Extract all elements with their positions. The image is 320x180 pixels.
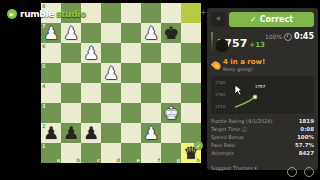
thumbs-up-button[interactable]: ☝	[287, 167, 297, 177]
square-g3[interactable]: ♚	[161, 103, 181, 123]
collapse-panel-button[interactable]: «	[211, 12, 226, 27]
file-label-g: g	[176, 157, 180, 163]
rating-row: 1757+13 100% 0:45	[211, 32, 314, 54]
square-d8[interactable]	[101, 3, 121, 23]
square-b5[interactable]	[61, 63, 81, 83]
stat-row-suggest-themes: Suggest Themes ▾ ☝ ☟	[211, 158, 314, 177]
stat-row-pass-rate: Pass Rate 57.7%	[211, 142, 314, 148]
piece-white-pawn[interactable]: ♟	[141, 123, 161, 143]
graph-point-label: 1757	[255, 84, 265, 89]
piece-white-pawn[interactable]: ♟	[41, 23, 61, 43]
rating-delta: +13	[249, 41, 265, 49]
puzzle-stats: Puzzle Rating (9/1/2024) 1819 Target Tim…	[211, 118, 314, 177]
square-h6[interactable]	[181, 43, 201, 63]
square-e5[interactable]	[121, 63, 141, 83]
rank-label-5: 5	[42, 63, 45, 69]
stat-label: Target Time ⓘ	[211, 126, 247, 132]
flame-icon	[211, 59, 222, 70]
file-label-f: f	[158, 157, 160, 163]
file-label-b: b	[76, 157, 80, 163]
square-c7[interactable]	[81, 23, 101, 43]
square-g6[interactable]	[161, 43, 181, 63]
stat-label: Attempts	[211, 150, 234, 156]
square-h2[interactable]	[181, 123, 201, 143]
piece-white-pawn[interactable]: ♟	[101, 63, 121, 83]
square-e8[interactable]	[121, 3, 141, 23]
square-a6[interactable]: 6	[41, 43, 61, 63]
piece-white-king[interactable]: ♚	[161, 103, 181, 123]
square-e4[interactable]	[121, 83, 141, 103]
rumble-play-icon: ▶	[7, 9, 17, 19]
square-d6[interactable]	[101, 43, 121, 63]
stat-row-speed-bonus: Speed Bonus 100%	[211, 134, 314, 140]
drag-handle-icon[interactable]: +	[200, 8, 207, 17]
square-a7[interactable]: 7♟	[41, 23, 61, 43]
square-f6[interactable]	[141, 43, 161, 63]
square-f3[interactable]	[141, 103, 161, 123]
square-g1[interactable]: g	[161, 143, 181, 163]
puzzle-panel: « ✓Correct 1757+13 100% 0:45 4 in a row!…	[207, 8, 318, 170]
square-e7[interactable]	[121, 23, 141, 43]
square-d1[interactable]: d	[101, 143, 121, 163]
streak-row: 4 in a row! Keep going!	[211, 58, 314, 72]
logo-suffix-text: studio	[56, 9, 86, 19]
square-b2[interactable]: ♟	[61, 123, 81, 143]
square-h3[interactable]	[181, 103, 201, 123]
square-a2[interactable]: 2♟	[41, 123, 61, 143]
square-g4[interactable]	[161, 83, 181, 103]
square-a5[interactable]: 5	[41, 63, 61, 83]
square-d4[interactable]	[101, 83, 121, 103]
graph-ylabel: 1780	[215, 80, 225, 85]
square-g8[interactable]	[161, 3, 181, 23]
square-h7[interactable]	[181, 23, 201, 43]
stat-value: 8427	[299, 150, 314, 156]
rating-graph: 1780 1760 1740 1757	[211, 76, 314, 114]
square-b3[interactable]	[61, 103, 81, 123]
square-c5[interactable]	[81, 63, 101, 83]
piece-white-pawn[interactable]: ♟	[141, 23, 161, 43]
stat-label: Speed Bonus	[211, 134, 244, 140]
stat-value: 0:08	[300, 126, 314, 132]
streak-subtext: Keep going!	[223, 66, 265, 72]
square-h8[interactable]	[181, 3, 201, 23]
graph-ylabel: 1740	[215, 104, 225, 109]
square-h5[interactable]	[181, 63, 201, 83]
square-f2[interactable]: ♟	[141, 123, 161, 143]
square-g5[interactable]	[161, 63, 181, 83]
square-d3[interactable]	[101, 103, 121, 123]
square-e1[interactable]: e	[121, 143, 141, 163]
square-d7[interactable]	[101, 23, 121, 43]
square-c3[interactable]	[81, 103, 101, 123]
stat-row-puzzle-rating: Puzzle Rating (9/1/2024) 1819	[211, 118, 314, 124]
square-f7[interactable]: ♟	[141, 23, 161, 43]
file-label-d: d	[116, 157, 120, 163]
feedback-banner: « ✓Correct	[211, 12, 314, 27]
square-f4[interactable]	[141, 83, 161, 103]
suggest-themes-link[interactable]: Suggest Themes ▾	[211, 165, 257, 171]
file-label-c: c	[97, 157, 100, 163]
square-a3[interactable]: 3	[41, 103, 61, 123]
square-c2[interactable]: ♟	[81, 123, 101, 143]
piece-white-pawn[interactable]: ♟	[61, 23, 81, 43]
piece-black-pawn[interactable]: ♟	[81, 123, 101, 143]
square-e2[interactable]	[121, 123, 141, 143]
video-frame: 87♟♟♟♚6♟5♟43♚2♟♟♟♟1abcdefgh♛✓ ▶ rumble s…	[0, 0, 320, 180]
square-c1[interactable]: c	[81, 143, 101, 163]
rank-label-6: 6	[42, 43, 45, 49]
logo-brand-text: rumble	[20, 9, 54, 19]
correct-banner-label: Correct	[260, 15, 293, 24]
clock-icon	[284, 33, 292, 41]
square-b1[interactable]: b	[61, 143, 81, 163]
avatar[interactable]	[211, 32, 213, 54]
stat-label: Puzzle Rating (9/1/2024)	[211, 118, 272, 124]
square-c4[interactable]	[81, 83, 101, 103]
thumbs-down-button[interactable]: ☟	[304, 167, 314, 177]
correct-move-badge: ✓	[194, 141, 203, 150]
square-b7[interactable]: ♟	[61, 23, 81, 43]
stat-row-target-time: Target Time ⓘ 0:08	[211, 126, 314, 132]
accuracy-value: 100%	[265, 33, 282, 40]
square-b4[interactable]	[61, 83, 81, 103]
square-a4[interactable]: 4	[41, 83, 61, 103]
square-f5[interactable]	[141, 63, 161, 83]
stat-value: 1819	[299, 118, 314, 124]
square-b6[interactable]	[61, 43, 81, 63]
square-h1[interactable]: h♛✓	[181, 143, 201, 163]
square-g7[interactable]: ♚	[161, 23, 181, 43]
square-e3[interactable]	[121, 103, 141, 123]
piece-white-pawn[interactable]: ♟	[81, 43, 101, 63]
square-a1[interactable]: 1a	[41, 143, 61, 163]
stat-label: Pass Rate	[211, 142, 235, 148]
stat-row-attempts: Attempts 8427	[211, 150, 314, 156]
piece-black-pawn[interactable]: ♟	[41, 123, 61, 143]
chess-board[interactable]: 87♟♟♟♚6♟5♟43♚2♟♟♟♟1abcdefgh♛✓	[41, 3, 201, 163]
streak-label: 4 in a row!	[223, 58, 265, 66]
graph-ylabel: 1760	[215, 92, 225, 97]
stat-value: 100%	[297, 134, 314, 140]
file-label-a: a	[57, 157, 60, 163]
stat-value: 57.7%	[295, 142, 314, 148]
square-d5[interactable]: ♟	[101, 63, 121, 83]
file-label-e: e	[137, 157, 140, 163]
square-g2[interactable]	[161, 123, 181, 143]
square-d2[interactable]	[101, 123, 121, 143]
check-icon: ✓	[250, 15, 257, 24]
solve-time: 0:45	[294, 32, 314, 41]
rank-label-1: 1	[42, 143, 45, 149]
piece-black-pawn[interactable]: ♟	[61, 123, 81, 143]
rumble-studio-logo: ▶ rumble studio	[7, 9, 86, 19]
rank-label-3: 3	[42, 103, 45, 109]
piece-black-king[interactable]: ♚	[161, 23, 181, 43]
square-h4[interactable]	[181, 83, 201, 103]
correct-banner: ✓Correct	[229, 12, 314, 27]
mouse-cursor	[234, 84, 243, 96]
square-f1[interactable]: f	[141, 143, 161, 163]
square-e6[interactable]	[121, 43, 141, 63]
square-f8[interactable]	[141, 3, 161, 23]
rank-label-4: 4	[42, 83, 45, 89]
square-c6[interactable]: ♟	[81, 43, 101, 63]
